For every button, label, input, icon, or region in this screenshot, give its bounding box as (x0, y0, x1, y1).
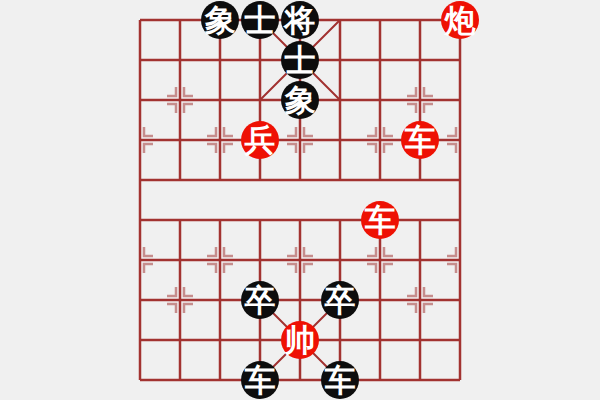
piece-black-advisor[interactable]: 士 (281, 41, 319, 79)
piece-black-soldier[interactable]: 卒 (321, 281, 359, 319)
piece-red-soldier[interactable]: 兵 (241, 121, 279, 159)
piece-black-chariot[interactable]: 车 (241, 361, 279, 399)
piece-red-chariot[interactable]: 车 (361, 201, 399, 239)
piece-black-advisor[interactable]: 士 (241, 1, 279, 39)
piece-black-soldier[interactable]: 卒 (241, 281, 279, 319)
piece-red-chariot[interactable]: 车 (401, 121, 439, 159)
piece-black-elephant[interactable]: 象 (281, 81, 319, 119)
piece-red-general[interactable]: 帅 (281, 321, 319, 359)
piece-black-elephant[interactable]: 象 (201, 1, 239, 39)
piece-black-general[interactable]: 将 (281, 1, 319, 39)
piece-black-chariot[interactable]: 车 (321, 361, 359, 399)
piece-red-cannon[interactable]: 炮 (441, 1, 479, 39)
xiangqi-board[interactable]: 象士将炮士象兵车车卒卒帅车车 (120, 0, 480, 400)
xiangqi-app-screen: 象士将炮士象兵车车卒卒帅车车 (0, 0, 600, 400)
